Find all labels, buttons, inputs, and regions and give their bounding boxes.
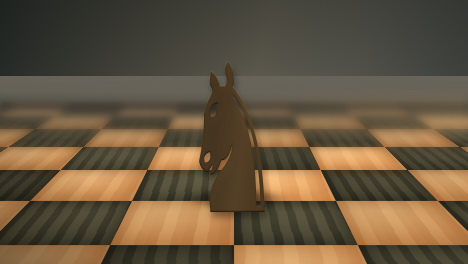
light-square[interactable] [0, 104, 72, 115]
dark-square [61, 147, 159, 170]
light-square[interactable] [367, 129, 460, 147]
dark-square [396, 104, 468, 115]
dark-square [55, 104, 126, 115]
light-square [460, 147, 468, 170]
light-square [0, 245, 110, 264]
dark-square[interactable] [0, 170, 61, 201]
dark-square[interactable] [353, 115, 433, 129]
dark-square[interactable] [438, 201, 468, 245]
dark-square [300, 129, 384, 147]
black-knight-piece[interactable]: ♞ [180, 39, 283, 244]
light-square [407, 170, 468, 201]
light-square [342, 104, 413, 115]
dark-square[interactable] [358, 245, 468, 264]
light-square [336, 201, 468, 245]
dark-square[interactable] [61, 147, 159, 170]
dark-square[interactable] [321, 170, 438, 201]
dark-square [0, 115, 55, 129]
light-square[interactable] [0, 201, 30, 245]
light-square [30, 170, 147, 201]
light-square [309, 147, 407, 170]
light-square[interactable] [309, 147, 407, 170]
dark-square[interactable] [396, 104, 468, 115]
dark-square [433, 129, 468, 147]
dark-square[interactable] [300, 129, 384, 147]
dark-square[interactable] [0, 115, 55, 129]
light-square[interactable] [84, 129, 168, 147]
dark-square[interactable] [0, 147, 8, 170]
light-square [294, 115, 367, 129]
light-square [0, 129, 35, 147]
dark-square [101, 115, 174, 129]
light-square[interactable] [0, 245, 110, 264]
light-square[interactable] [342, 104, 413, 115]
light-square[interactable] [294, 115, 367, 129]
light-square[interactable] [407, 170, 468, 201]
dark-square [0, 170, 61, 201]
dark-square[interactable] [288, 104, 353, 115]
light-square [35, 115, 115, 129]
light-square[interactable] [115, 104, 180, 115]
dark-square[interactable] [433, 129, 468, 147]
dark-square [0, 201, 132, 245]
light-square [84, 129, 168, 147]
light-square [115, 104, 180, 115]
light-square[interactable] [0, 129, 35, 147]
dark-square [321, 170, 438, 201]
dark-square[interactable] [384, 147, 468, 170]
dark-square [438, 201, 468, 245]
chess-photo-scene: ♞ [0, 0, 468, 264]
light-square[interactable] [460, 147, 468, 170]
light-square[interactable] [0, 147, 84, 170]
light-square[interactable] [413, 115, 468, 129]
light-square [0, 201, 30, 245]
knight-glyph: ♞ [181, 22, 284, 260]
light-square [0, 147, 84, 170]
dark-square [358, 245, 468, 264]
light-square[interactable] [30, 170, 147, 201]
dark-square[interactable] [0, 201, 132, 245]
dark-square[interactable] [101, 115, 174, 129]
dark-square [8, 129, 101, 147]
light-square [0, 104, 72, 115]
dark-square[interactable] [55, 104, 126, 115]
light-square [367, 129, 460, 147]
dark-square [384, 147, 468, 170]
light-square[interactable] [336, 201, 468, 245]
light-square [413, 115, 468, 129]
dark-square [0, 147, 8, 170]
dark-square [353, 115, 433, 129]
dark-square [288, 104, 353, 115]
light-square[interactable] [35, 115, 115, 129]
dark-square[interactable] [8, 129, 101, 147]
